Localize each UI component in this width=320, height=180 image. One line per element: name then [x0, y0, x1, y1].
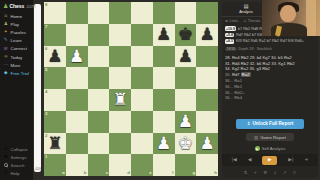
square-a7[interactable]: 7	[44, 24, 66, 46]
rank-label: 8	[45, 3, 47, 7]
square-g5[interactable]	[175, 67, 197, 89]
square-a2[interactable]: 2♜	[44, 133, 66, 155]
streamer-face	[280, 5, 296, 22]
sidebar: ♟ Chess .com ⌂Home♟Play✦Puzzles✎Learn✉Co…	[0, 0, 33, 180]
square-c1[interactable]: c	[88, 154, 110, 176]
square-e7[interactable]	[131, 24, 153, 46]
sidebar-item-more[interactable]: ⋯More	[0, 61, 33, 69]
square-b6[interactable]: ♟	[66, 46, 88, 68]
engine-line[interactable]: +8.5Kf3 Rb2 Rd6 Ra2 b7 Rb2 Rd7 Kf6 Rd6+	[225, 38, 315, 44]
evaluation-value: +10.9	[34, 167, 41, 171]
square-f3[interactable]	[153, 111, 175, 133]
square-h6[interactable]	[196, 46, 218, 68]
white-pawn[interactable]: ♟	[196, 133, 218, 155]
sidebar-item-label: Settings	[11, 155, 27, 160]
square-g2[interactable]: ♚	[175, 133, 197, 155]
square-e8[interactable]	[131, 2, 153, 24]
file-label: b	[84, 171, 87, 175]
sidebar-item-puzzles[interactable]: ✦Puzzles	[0, 28, 33, 36]
sidebar-item-today[interactable]: ☼Today	[0, 53, 33, 61]
square-f2[interactable]: ♟	[153, 133, 175, 155]
self-analysis-label: Self Analysis	[262, 146, 286, 151]
square-c2[interactable]	[88, 133, 110, 155]
file-label: e	[149, 171, 151, 175]
square-g4[interactable]	[175, 89, 197, 111]
square-b4[interactable]	[66, 89, 88, 111]
rank-label: 3	[45, 112, 47, 116]
square-f5[interactable]	[153, 67, 175, 89]
black-pawn[interactable]: ♟	[44, 46, 66, 68]
black-pawn[interactable]: ♟	[153, 24, 175, 46]
analysis-icon: ▤	[244, 4, 249, 9]
square-h3[interactable]	[196, 111, 218, 133]
sidebar-item-label: Puzzles	[11, 30, 26, 35]
unlock-full-report-button[interactable]: ↥ Unlock Full Report	[236, 119, 304, 129]
depth-label: Depth 18 · Stockfish	[239, 47, 272, 51]
lines-toggle-label: Lines	[229, 19, 238, 23]
threats-toggle[interactable]: ⚠ Threats	[243, 19, 260, 23]
rank-label: 1	[45, 155, 47, 159]
sidebar-item-home[interactable]: ⌂Home	[0, 12, 33, 20]
square-e5[interactable]	[131, 67, 153, 89]
square-h8[interactable]	[196, 2, 218, 24]
file-label: f	[172, 171, 173, 175]
puzzles-icon: ✦	[3, 30, 9, 35]
square-a4[interactable]: 4	[44, 89, 66, 111]
square-b5[interactable]	[66, 67, 88, 89]
black-king[interactable]: ♚	[175, 24, 197, 46]
green-dot-icon: ▶	[255, 146, 260, 151]
sidebar-item-label: Free Trial	[11, 71, 30, 76]
today-icon: ☼	[3, 55, 9, 60]
square-f8[interactable]	[153, 2, 175, 24]
engine-eval-badge: +10.9	[225, 26, 236, 31]
sidebar-item-label: Help	[11, 171, 20, 176]
square-e3[interactable]	[131, 111, 153, 133]
move-list: 28. Re4 Rb2 29. b4 Kg7 30. b5 Ra231. Rd4…	[222, 53, 318, 101]
settings-icon[interactable]: ⚙	[263, 171, 267, 175]
file-label: c	[106, 171, 108, 175]
square-h7[interactable]: ♟	[196, 24, 218, 46]
alternative-move-row[interactable]: 36... Rb4	[225, 95, 315, 101]
go-start-button[interactable]: |◀	[231, 158, 236, 163]
threats-icon: ⚠	[243, 19, 246, 23]
add-move-button[interactable]: +	[304, 158, 308, 163]
webcam-background-light	[306, 0, 316, 36]
share-icon[interactable]: ↗	[283, 171, 287, 175]
evaluation-bar[interactable]: +10.9	[34, 4, 41, 172]
chesscom-logo[interactable]: ♟ Chess .com	[0, 0, 33, 12]
square-f6[interactable]	[153, 46, 175, 68]
white-pawn[interactable]: ♟	[175, 111, 197, 133]
learn-icon: ✎	[3, 38, 9, 43]
square-a8[interactable]: 8	[44, 2, 66, 24]
engine-line-moves: Kf3 Rb2 Rd6 Ra2 b7 Rb2 Rd7 Kf6 Rd6+	[236, 39, 315, 43]
chesscom-analysis-page: ♟ Chess .com ⌂Home♟Play✦Puzzles✎Learn✉Co…	[0, 0, 320, 180]
square-g3[interactable]: ♟	[175, 111, 197, 133]
sidebar-item-label: More	[11, 63, 21, 68]
board-tools-row: ⇅+⚙↓↗≡	[222, 171, 318, 175]
white-move[interactable]: Rd7	[232, 72, 241, 77]
sidebar-footer: «Collapse⚙SettingsSearch?Help	[0, 145, 33, 178]
square-f4[interactable]	[153, 89, 175, 111]
engine-eval-badge: +9.8	[225, 33, 234, 38]
logo-text-bold: Chess	[9, 3, 24, 9]
download-icon[interactable]: ↓	[273, 171, 277, 175]
sidebar-item-label: Today	[11, 55, 23, 60]
connect-icon: ✉	[3, 47, 9, 52]
rank-label: 7	[45, 25, 47, 29]
collapse-icon: «	[3, 147, 9, 152]
unlock-full-report-label: Unlock Full Report	[253, 121, 294, 126]
sidebar-item-learn[interactable]: ✎Learn	[0, 37, 33, 45]
game-report-button[interactable]: ▥ Game Report	[246, 133, 294, 141]
square-e1[interactable]: e	[131, 154, 153, 176]
square-f1[interactable]: f	[153, 154, 175, 176]
square-b3[interactable]	[66, 111, 88, 133]
square-g7[interactable]: ♚	[175, 24, 197, 46]
square-a5[interactable]: 5	[44, 67, 66, 89]
search-icon	[3, 163, 9, 168]
white-king[interactable]: ♚	[175, 133, 197, 155]
more-icon: ⋯	[3, 63, 9, 68]
square-a1[interactable]: 1a	[44, 154, 66, 176]
self-analysis-button[interactable]: ▶ Self Analysis	[222, 146, 318, 151]
sidebar-nav: ⌂Home♟Play✦Puzzles✎Learn✉Connect☼Today⋯M…	[0, 12, 33, 78]
logo-text-light: .com	[25, 4, 35, 9]
square-g8[interactable]	[175, 2, 197, 24]
sidebar-item-label: Connect	[11, 46, 27, 51]
next-move-button[interactable]: ▶	[262, 156, 277, 165]
square-c5[interactable]	[88, 67, 110, 89]
square-h5[interactable]	[196, 67, 218, 89]
sidebar-item-label: Home	[11, 14, 23, 19]
square-a3[interactable]: 3	[44, 111, 66, 133]
square-e2[interactable]	[131, 133, 153, 155]
sidebar-item-label: Search	[11, 163, 25, 168]
playback-controls: |◀◀▶▶|+	[222, 154, 318, 166]
file-label: d	[127, 171, 130, 175]
file-label: g	[193, 171, 196, 175]
white-pawn[interactable]: ♟	[153, 133, 175, 155]
white-pawn[interactable]: ♟	[66, 46, 88, 68]
engine-depth-row: 18/18 Depth 18 · Stockfish	[222, 45, 318, 53]
home-icon: ⌂	[3, 14, 9, 19]
square-c4[interactable]	[88, 89, 110, 111]
square-d8[interactable]	[109, 2, 131, 24]
sidebar-item-help[interactable]: ?Help	[0, 170, 33, 178]
sidebar-item-free-trial[interactable]: ◆Free Trial	[0, 69, 33, 77]
flip-board-icon[interactable]: ⇅	[244, 171, 248, 175]
pawn-logo-icon: ♟	[3, 3, 8, 9]
square-e6[interactable]	[131, 46, 153, 68]
play-pawn-icon: ♟	[3, 22, 9, 27]
sidebar-item-collapse[interactable]: «Collapse	[0, 145, 33, 153]
square-a6[interactable]: 6♟	[44, 46, 66, 68]
lines-toggle[interactable]: ≡ Lines	[225, 19, 238, 23]
square-d4[interactable]: ♜	[109, 89, 131, 111]
black-rook[interactable]: ♜	[44, 133, 66, 155]
square-h1[interactable]: h	[196, 154, 218, 176]
black-pawn[interactable]: ♟	[196, 24, 218, 46]
threats-toggle-label: Threats	[248, 19, 261, 23]
square-d1[interactable]: d	[109, 154, 131, 176]
sidebar-item-label: Play	[11, 22, 20, 27]
add-icon[interactable]: +	[254, 171, 258, 175]
sidebar-item-search[interactable]: Search	[0, 162, 33, 170]
report-icon: ▥	[254, 135, 258, 140]
square-h2[interactable]: ♟	[196, 133, 218, 155]
search-icon	[4, 163, 8, 167]
white-rook[interactable]: ♜	[109, 89, 131, 111]
menu-icon[interactable]: ≡	[293, 171, 297, 175]
sidebar-item-settings[interactable]: ⚙Settings	[0, 153, 33, 161]
chess-board[interactable]: 87♟♚♟6♟♟♟54♜3♟2♜♟♚♟1abcdefgh	[44, 2, 218, 176]
square-h4[interactable]	[196, 89, 218, 111]
depth-pill: 18/18	[225, 47, 237, 52]
square-c8[interactable]	[88, 2, 110, 24]
gear-icon: ⚙	[3, 155, 9, 160]
square-e4[interactable]	[131, 89, 153, 111]
sidebar-item-label: Learn	[11, 38, 22, 43]
square-b2[interactable]	[66, 133, 88, 155]
square-c7[interactable]	[88, 24, 110, 46]
square-c6[interactable]	[88, 46, 110, 68]
help-icon: ?	[3, 172, 9, 177]
square-d2[interactable]	[109, 133, 131, 155]
webcam-video[interactable]	[262, 0, 320, 36]
current-move-highlight[interactable]: Ra2	[241, 72, 251, 77]
square-c3[interactable]	[88, 111, 110, 133]
square-d5[interactable]	[109, 67, 131, 89]
sidebar-item-play[interactable]: ♟Play	[0, 20, 33, 28]
file-label: h	[214, 171, 217, 175]
prev-move-button[interactable]: ◀	[248, 158, 252, 163]
black-pawn[interactable]: ♟	[175, 46, 197, 68]
square-b8[interactable]	[66, 2, 88, 24]
lines-icon: ≡	[225, 19, 228, 23]
move-number: 36.	[225, 72, 232, 77]
square-d3[interactable]	[109, 111, 131, 133]
file-label: a	[62, 171, 64, 175]
square-b1[interactable]: b	[66, 154, 88, 176]
sidebar-item-label: Collapse	[11, 147, 28, 152]
tab-analysis-label: Analysis	[239, 10, 253, 14]
square-f7[interactable]: ♟	[153, 24, 175, 46]
rank-label: 4	[45, 90, 47, 94]
square-d7[interactable]	[109, 24, 131, 46]
rank-label: 5	[45, 68, 47, 72]
diamond-icon: ◆	[3, 71, 9, 76]
square-g1[interactable]: g	[175, 154, 197, 176]
upgrade-icon: ↥	[247, 121, 251, 126]
engine-eval-badge: +8.5	[225, 39, 234, 44]
square-d6[interactable]	[109, 46, 131, 68]
game-report-label: Game Report	[260, 135, 286, 140]
go-end-button[interactable]: ▶|	[288, 158, 293, 163]
sidebar-item-connect[interactable]: ✉Connect	[0, 45, 33, 53]
square-g6[interactable]: ♟	[175, 46, 197, 68]
square-b7[interactable]	[66, 24, 88, 46]
